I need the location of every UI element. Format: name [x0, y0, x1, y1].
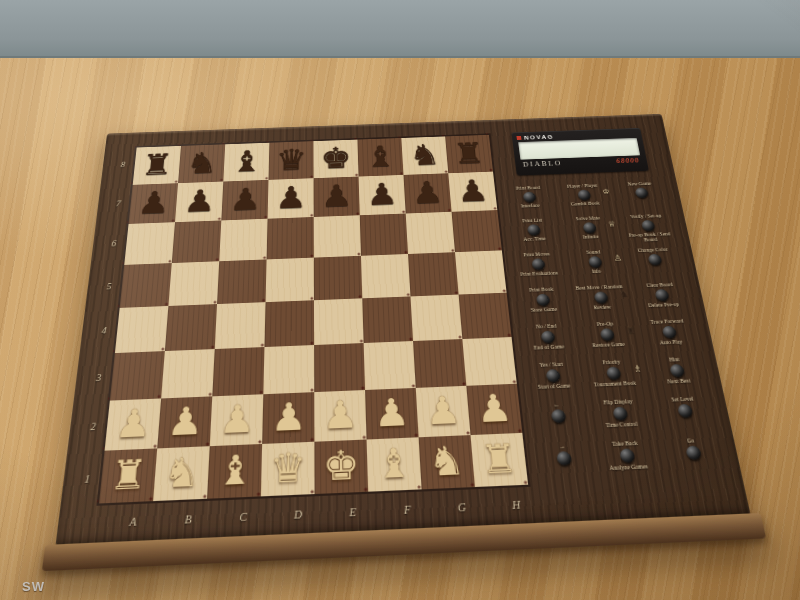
yes-start-secondary-label: Start of Game — [536, 382, 571, 390]
player-player-button[interactable] — [577, 190, 591, 201]
square-f4[interactable] — [362, 296, 413, 343]
square-d1[interactable]: ♛ — [261, 442, 315, 497]
piece-white-knight-g1[interactable]: ♞ — [419, 435, 475, 489]
square-g4[interactable] — [410, 295, 462, 341]
square-h6[interactable] — [452, 210, 502, 252]
file-label-a: A — [105, 514, 161, 529]
square-e8[interactable]: ♚ — [313, 140, 358, 179]
hint-label: Hint — [666, 349, 681, 363]
player-player-secondary-label: Gambit Book — [570, 200, 601, 206]
square-a8[interactable]: ♜ — [133, 146, 181, 185]
left-arrow-button[interactable] — [550, 409, 566, 423]
square-a7[interactable]: ♟ — [129, 183, 178, 224]
square-d7[interactable]: ♟ — [268, 178, 314, 219]
new-game-label: New Game — [625, 175, 652, 187]
square-f5[interactable] — [361, 254, 411, 298]
no-end-secondary-label: End of Game — [532, 343, 565, 350]
go-cell: Go — [658, 429, 727, 474]
piece-white-king-e1[interactable]: ♚ — [314, 440, 368, 495]
square-f3[interactable] — [364, 341, 416, 390]
no-end-label: No / End — [534, 316, 558, 330]
print-board-label: Print Board — [514, 179, 541, 191]
king-setup-symbol-icon: ♔ — [602, 188, 611, 196]
right-arrow-cell: → — [534, 434, 594, 479]
square-a6[interactable] — [124, 222, 175, 265]
take-back-label: Take Back — [609, 432, 639, 448]
best-move-random-secondary-label: Review — [592, 304, 612, 311]
new-game-cell: New Game — [612, 175, 671, 209]
trace-forward-label: Trace Forward — [648, 311, 685, 325]
square-b6[interactable] — [172, 220, 222, 263]
square-b1[interactable]: ♞ — [153, 446, 210, 501]
file-label-e: E — [326, 505, 381, 520]
piece-white-pawn-a2[interactable]: ♟ — [105, 398, 162, 450]
print-list-secondary-label: Acc. Time — [522, 236, 547, 242]
go-button[interactable] — [685, 446, 702, 461]
piece-white-pawn-d2[interactable]: ♟ — [262, 392, 314, 444]
square-a3[interactable] — [110, 351, 165, 401]
square-d3[interactable] — [263, 345, 314, 394]
piece-white-pawn-f2[interactable]: ♟ — [365, 388, 419, 440]
square-b7[interactable]: ♟ — [175, 182, 223, 223]
pre-op-button[interactable] — [599, 328, 614, 341]
square-h8[interactable]: ♜ — [445, 135, 493, 173]
square-a2[interactable]: ♟ — [105, 398, 162, 450]
square-a5[interactable] — [120, 263, 172, 308]
flip-display-cell: Flip DisplayTime Control — [581, 390, 658, 434]
square-g7[interactable]: ♟ — [403, 173, 451, 213]
set-level-cell: Set Level — [651, 388, 719, 432]
square-e5[interactable] — [314, 256, 362, 300]
piece-black-pawn-b7[interactable]: ♟ — [175, 182, 223, 223]
verify-setup-button[interactable] — [640, 220, 655, 231]
pre-op-label: Pre-Op — [594, 314, 614, 328]
square-c4[interactable] — [215, 302, 266, 349]
piece-black-bishop-f8[interactable]: ♝ — [357, 138, 403, 177]
square-h2[interactable]: ♟ — [466, 384, 522, 435]
print-board-button[interactable] — [522, 192, 536, 203]
hint-cell: HintNext Best — [644, 349, 710, 391]
new-game-button[interactable] — [634, 187, 648, 198]
sound-label: Sound — [584, 243, 602, 256]
square-c2[interactable]: ♟ — [210, 394, 264, 446]
verify-setup-label: Verify / Set-up — [628, 207, 663, 220]
piece-white-rook-a1[interactable]: ♜ — [99, 448, 157, 503]
square-a1[interactable]: ♜ — [99, 448, 157, 503]
pre-op-secondary-label: Restore Game — [591, 341, 626, 348]
piece-white-knight-b1[interactable]: ♞ — [153, 446, 210, 501]
print-board-secondary-label: Interface — [520, 203, 541, 209]
file-label-d: D — [271, 507, 326, 522]
piece-white-pawn-e2[interactable]: ♟ — [314, 390, 366, 442]
take-back-button[interactable] — [619, 448, 635, 463]
novag-logo-red-square-icon — [516, 136, 521, 140]
square-f7[interactable]: ♟ — [359, 175, 406, 215]
trace-forward-cell: Trace ForwardAuto Play — [637, 311, 701, 351]
square-c5[interactable] — [217, 259, 267, 304]
print-book-label: Print Book — [527, 280, 555, 294]
print-book-cell: Print BookStore Game — [515, 280, 570, 318]
square-g3[interactable] — [413, 339, 466, 388]
square-h1[interactable]: ♜ — [471, 433, 529, 487]
piece-black-knight-g8[interactable]: ♞ — [401, 136, 448, 174]
square-e3[interactable] — [314, 343, 365, 392]
priority-secondary-label: Tournament Book — [593, 380, 638, 388]
novag-diablo-chess-computer: 87654321 ♜♞♝♛♚♝♞♜♟♟♟♟♟♟♟♟♟♟♟♟♟♟♟♟♜♞♝♛♚♝♞… — [52, 114, 756, 571]
square-b2[interactable]: ♟ — [157, 396, 212, 448]
yes-start-label: Yes / Start — [537, 354, 564, 369]
flip-display-label: Flip Display — [601, 391, 634, 406]
square-g1[interactable]: ♞ — [419, 435, 475, 489]
model-number: 68000 — [616, 157, 640, 165]
print-list-cell: Print ListAcc. Time — [507, 211, 560, 248]
square-e1[interactable]: ♚ — [314, 440, 368, 495]
sound-secondary-label: Info — [590, 268, 602, 274]
square-d4[interactable] — [264, 300, 314, 347]
board-area: ♜♞♝♛♚♝♞♜♟♟♟♟♟♟♟♟♟♟♟♟♟♟♟♟♜♞♝♛♚♝♞♜ — [96, 133, 530, 506]
piece-black-rook-h8[interactable]: ♜ — [445, 135, 493, 173]
square-f2[interactable]: ♟ — [365, 388, 419, 440]
clear-board-cell: Clear BoardDelete Pre-op — [630, 275, 693, 313]
trace-forward-button[interactable] — [661, 326, 677, 339]
piece-black-pawn-d7[interactable]: ♟ — [268, 178, 314, 219]
watermark: SW — [22, 579, 45, 594]
square-e6[interactable] — [314, 215, 361, 257]
piece-white-pawn-h2[interactable]: ♟ — [466, 384, 522, 435]
square-b8[interactable]: ♞ — [178, 144, 225, 183]
priority-button[interactable] — [605, 367, 621, 380]
square-g6[interactable] — [406, 212, 455, 254]
piece-white-pawn-c2[interactable]: ♟ — [210, 394, 264, 446]
piece-black-rook-a8[interactable]: ♜ — [133, 146, 181, 185]
square-a4[interactable] — [115, 306, 169, 353]
square-c1[interactable]: ♝ — [207, 444, 262, 499]
square-h7[interactable]: ♟ — [448, 172, 497, 212]
square-d8[interactable]: ♛ — [268, 141, 313, 180]
square-d5[interactable] — [266, 258, 314, 303]
piece-black-pawn-g7[interactable]: ♟ — [403, 173, 451, 213]
print-list-button[interactable] — [526, 224, 540, 235]
print-book-secondary-label: Store Game — [529, 306, 558, 313]
piece-black-pawn-f7[interactable]: ♟ — [359, 175, 406, 215]
square-c3[interactable] — [212, 347, 264, 396]
solve-mate-button[interactable] — [582, 222, 596, 233]
go-label: Go — [684, 430, 696, 445]
hint-button[interactable] — [669, 364, 685, 377]
square-d6[interactable] — [267, 217, 314, 259]
square-e2[interactable]: ♟ — [314, 390, 366, 442]
no-end-cell: No / EndEnd of Game — [520, 316, 576, 356]
rook-setup-symbol-icon: ♜ — [626, 326, 636, 335]
piece-black-pawn-a7[interactable]: ♟ — [129, 183, 178, 224]
no-end-button[interactable] — [540, 331, 555, 344]
knight-setup-symbol-icon: ♞ — [619, 290, 629, 298]
print-moves-cell: Print MovesPrint Evaluations — [511, 245, 565, 282]
flip-display-button[interactable] — [612, 407, 628, 421]
hint-secondary-label: Next Best — [666, 378, 692, 385]
file-label-f: F — [380, 502, 435, 517]
best-move-random-label: Best Move / Random — [573, 277, 624, 291]
piece-black-pawn-e7[interactable]: ♟ — [314, 177, 360, 217]
lcd-screen — [518, 138, 640, 160]
piece-black-queen-d8[interactable]: ♛ — [268, 141, 313, 180]
piece-white-bishop-c1[interactable]: ♝ — [207, 444, 262, 499]
clear-board-label: Clear Board — [644, 275, 675, 289]
square-c8[interactable]: ♝ — [223, 143, 269, 182]
piece-black-pawn-c7[interactable]: ♟ — [221, 180, 268, 221]
left-arrow-cell: ← — [529, 393, 588, 437]
model-name: DIABLO — [522, 160, 562, 168]
display-bezel: NOVAG DIABLO 68000 — [511, 128, 648, 176]
bishop-setup-symbol-icon: ♗ — [633, 365, 643, 374]
piece-white-pawn-b2[interactable]: ♟ — [157, 396, 212, 448]
file-label-g: G — [435, 500, 490, 515]
square-g2[interactable]: ♟ — [416, 386, 471, 437]
yes-start-button[interactable] — [545, 369, 560, 382]
button-row: →Take BackAnalyze GamesGo — [534, 429, 728, 480]
print-moves-button[interactable] — [531, 258, 545, 270]
piece-white-queen-d1[interactable]: ♛ — [261, 442, 315, 497]
square-b3[interactable] — [161, 349, 215, 398]
square-f1[interactable]: ♝ — [367, 437, 422, 491]
photo-scene: 87654321 ♜♞♝♛♚♝♞♜♟♟♟♟♟♟♟♟♟♟♟♟♟♟♟♟♜♞♝♛♚♝♞… — [0, 0, 800, 600]
square-b5[interactable] — [168, 261, 219, 306]
clear-board-button[interactable] — [654, 289, 669, 301]
solve-mate-label: Solve Mate — [573, 210, 601, 223]
brand-name: NOVAG — [524, 134, 554, 140]
piece-black-knight-b8[interactable]: ♞ — [178, 144, 225, 183]
piece-white-pawn-g2[interactable]: ♟ — [416, 386, 471, 437]
change-color-cell: Change Color — [624, 240, 686, 277]
wall-background — [0, 0, 800, 58]
solve-mate-secondary-label: Infinite — [581, 234, 599, 240]
change-color-button[interactable] — [647, 254, 662, 266]
flip-display-secondary-label: Time Control — [604, 421, 639, 429]
print-list-label: Print List — [520, 212, 543, 224]
piece-white-rook-h1[interactable]: ♜ — [471, 433, 529, 487]
square-d2[interactable]: ♟ — [262, 392, 314, 444]
square-g5[interactable] — [408, 252, 459, 296]
square-g8[interactable]: ♞ — [401, 136, 448, 174]
piece-black-king-e8[interactable]: ♚ — [313, 140, 358, 179]
file-label-h: H — [489, 498, 545, 513]
print-moves-secondary-label: Print Evaluations — [519, 270, 559, 277]
yes-start-cell: Yes / StartStart of Game — [524, 354, 581, 396]
right-arrow-button[interactable] — [556, 451, 572, 466]
piece-black-bishop-c8[interactable]: ♝ — [223, 143, 269, 182]
file-label-c: C — [216, 509, 271, 524]
take-back-cell: Take BackAnalyze Games — [588, 431, 667, 477]
set-level-label: Set Level — [668, 388, 695, 403]
change-color-label: Change Color — [635, 241, 669, 254]
square-e7[interactable]: ♟ — [314, 177, 360, 217]
square-h3[interactable] — [462, 337, 516, 386]
square-h5[interactable] — [455, 250, 507, 294]
piece-black-pawn-h7[interactable]: ♟ — [448, 172, 497, 212]
square-f6[interactable] — [360, 214, 408, 256]
print-board-cell: Print BoardInterface — [503, 179, 554, 213]
square-h4[interactable] — [459, 293, 512, 339]
verify-setup-cell: Verify / Set-upPre-op Book / Send Board — [618, 207, 679, 244]
piece-white-bishop-f1[interactable]: ♝ — [367, 437, 422, 491]
trace-forward-secondary-label: Auto Play — [658, 339, 684, 346]
best-move-random-button[interactable] — [593, 291, 608, 303]
left-arrow-label: ← — [551, 394, 561, 409]
board[interactable]: ♜♞♝♛♚♝♞♜♟♟♟♟♟♟♟♟♟♟♟♟♟♟♟♟♜♞♝♛♚♝♞♜ — [96, 133, 530, 506]
square-e4[interactable] — [314, 298, 364, 345]
print-moves-label: Print Moves — [521, 245, 551, 258]
clear-board-secondary-label: Delete Pre-op — [647, 301, 681, 308]
pawn-setup-symbol-icon: ♙ — [613, 254, 622, 262]
set-level-button[interactable] — [676, 404, 692, 418]
sound-button[interactable] — [588, 256, 603, 268]
print-book-button[interactable] — [535, 294, 550, 306]
square-f8[interactable]: ♝ — [357, 138, 403, 177]
board-frame: 87654321 ♜♞♝♛♚♝♞♜♟♟♟♟♟♟♟♟♟♟♟♟♟♟♟♟♜♞♝♛♚♝♞… — [55, 114, 750, 547]
file-label-b: B — [161, 512, 217, 527]
player-player-label: Player / Player — [565, 177, 599, 189]
queen-setup-symbol-icon: ♕ — [607, 221, 616, 229]
square-b4[interactable] — [165, 304, 217, 351]
priority-label: Priority — [600, 352, 622, 366]
square-c6[interactable] — [219, 219, 267, 262]
take-back-secondary-label: Analyze Games — [608, 463, 650, 472]
square-c7[interactable]: ♟ — [221, 180, 268, 221]
right-arrow-label: → — [557, 435, 567, 450]
